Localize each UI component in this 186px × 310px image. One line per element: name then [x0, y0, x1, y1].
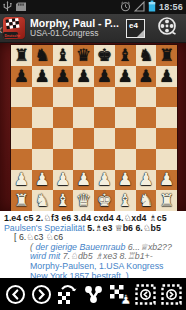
- white-pawn: ♟: [138, 171, 153, 188]
- square-a5[interactable]: [11, 107, 32, 128]
- board-frame: ♜♞♝♛♚♝♞♜♟♟♟♟♟♟♟♟♟♟♟♟♟♟♟♟♜♞♝♛♚♝♞♜: [0, 43, 186, 211]
- game-list-reel-icon[interactable]: [157, 16, 178, 41]
- square-e1[interactable]: ♚: [94, 190, 115, 211]
- white-pawn: ♟: [118, 171, 133, 188]
- square-g2[interactable]: ♟: [136, 170, 157, 191]
- square-c4[interactable]: [53, 128, 74, 149]
- black-rook: ♜: [14, 46, 29, 63]
- square-b4[interactable]: [32, 128, 53, 149]
- square-e4[interactable]: [94, 128, 115, 149]
- black-pawn: ♟: [118, 67, 133, 84]
- square-c3[interactable]: [53, 149, 74, 170]
- square-a7[interactable]: ♟: [11, 66, 32, 87]
- square-a6[interactable]: [11, 87, 32, 108]
- svg-text:Deutsche: Deutsche: [5, 34, 21, 38]
- svg-text:♟: ♟: [120, 291, 130, 305]
- white-queen: ♛: [76, 192, 91, 209]
- black-pawn: ♟: [97, 67, 112, 84]
- white-knight: ♞: [35, 192, 50, 209]
- white-king: ♚: [97, 192, 112, 209]
- square-d3[interactable]: [73, 149, 94, 170]
- black-queen: ♛: [76, 46, 91, 63]
- e4-label: e4: [129, 21, 138, 30]
- square-d2[interactable]: ♟: [73, 170, 94, 191]
- square-b8[interactable]: ♞: [32, 45, 53, 66]
- square-h6[interactable]: [156, 87, 177, 108]
- prev-game-button[interactable]: [133, 281, 157, 307]
- next-game-button[interactable]: [159, 281, 183, 307]
- square-b2[interactable]: ♟: [32, 170, 53, 191]
- square-f8[interactable]: ♝: [115, 45, 136, 66]
- folded-corner: [137, 30, 144, 37]
- chess-board[interactable]: ♜♞♝♛♚♝♞♜♟♟♟♟♟♟♟♟♟♟♟♟♟♟♟♟♜♞♝♛♚♝♞♜: [10, 44, 178, 212]
- white-pawn: ♟: [97, 171, 112, 188]
- square-d4[interactable]: [73, 128, 94, 149]
- move-text[interactable]: 6...♕xb2??: [128, 242, 172, 252]
- e4-board-icon[interactable]: e4: [126, 19, 145, 38]
- white-bishop: ♝: [55, 192, 70, 209]
- prev-move-button[interactable]: [3, 281, 27, 307]
- square-h4[interactable]: [156, 128, 177, 149]
- clock-time: 18:56: [159, 2, 183, 12]
- square-d6[interactable]: [73, 87, 94, 108]
- square-b1[interactable]: ♞: [32, 190, 53, 211]
- square-g6[interactable]: [136, 87, 157, 108]
- square-g1[interactable]: ♞: [136, 190, 157, 211]
- square-b5[interactable]: [32, 107, 53, 128]
- comment-text: der gierige Bauernraub: [35, 242, 127, 252]
- app-bar: ‹ Deutsche Morphy, Paul - P... USA-01.Co…: [0, 14, 186, 43]
- square-d1[interactable]: ♛: [73, 190, 94, 211]
- square-f7[interactable]: ♟: [115, 66, 136, 87]
- square-b7[interactable]: ♟: [32, 66, 53, 87]
- game-event: USA-01.Congress: [30, 29, 126, 38]
- square-g3[interactable]: [136, 149, 157, 170]
- comment-text: wird mit: [30, 251, 63, 261]
- square-e6[interactable]: [94, 87, 115, 108]
- square-a8[interactable]: ♜: [11, 45, 32, 66]
- square-c2[interactable]: ♟: [53, 170, 74, 191]
- white-rook: ♜: [159, 192, 174, 209]
- square-g7[interactable]: ♟: [136, 66, 157, 87]
- square-c7[interactable]: ♟: [53, 66, 74, 87]
- black-bishop: ♝: [118, 46, 133, 63]
- comment-text: Paulsen's Spezialität: [4, 223, 87, 233]
- square-b3[interactable]: [32, 149, 53, 170]
- app-icon[interactable]: Deutsche: [3, 17, 25, 39]
- white-pawn: ♟: [35, 171, 50, 188]
- black-pawn: ♟: [35, 67, 50, 84]
- black-king: ♚: [97, 46, 112, 63]
- square-h7[interactable]: ♟: [156, 66, 177, 87]
- square-a3[interactable]: [11, 149, 32, 170]
- white-bishop: ♝: [118, 192, 133, 209]
- square-h2[interactable]: ♟: [156, 170, 177, 191]
- square-a4[interactable]: [11, 128, 32, 149]
- square-e8[interactable]: ♚: [94, 45, 115, 66]
- comment-text: Morphy-Paulsen, 1.USA Kongress: [30, 261, 164, 271]
- square-d8[interactable]: ♛: [73, 45, 94, 66]
- square-g5[interactable]: [136, 107, 157, 128]
- white-pawn: ♟: [76, 171, 91, 188]
- move-notation-panel[interactable]: 1.e4 c5 2.♘f3 e6 3.d4 cxd4 4.♘xd4 ♗c5Pau…: [0, 211, 186, 278]
- black-knight: ♞: [35, 46, 50, 63]
- black-pawn: ♟: [159, 67, 174, 84]
- comment-text: New York 1857 bestraft. ): [30, 271, 129, 278]
- square-g4[interactable]: [136, 128, 157, 149]
- square-b6[interactable]: [32, 87, 53, 108]
- square-g8[interactable]: ♞: [136, 45, 157, 66]
- status-bar: 18:56: [0, 0, 186, 14]
- black-pawn: ♟: [76, 67, 91, 84]
- square-f6[interactable]: [115, 87, 136, 108]
- black-pawn: ♟: [14, 67, 29, 84]
- next-move-button[interactable]: [29, 281, 53, 307]
- square-h8[interactable]: ♜: [156, 45, 177, 66]
- square-e2[interactable]: ♟: [94, 170, 115, 191]
- black-knight: ♞: [138, 46, 153, 63]
- square-e3[interactable]: [94, 149, 115, 170]
- square-a2[interactable]: ♟: [11, 170, 32, 191]
- square-h1[interactable]: ♜: [156, 190, 177, 211]
- square-h5[interactable]: [156, 107, 177, 128]
- square-a1[interactable]: ♜: [11, 190, 32, 211]
- square-e5[interactable]: [94, 107, 115, 128]
- white-rook: ♜: [14, 192, 29, 209]
- square-f4[interactable]: [115, 128, 136, 149]
- black-bishop: ♝: [55, 46, 70, 63]
- black-rook: ♜: [159, 46, 174, 63]
- variation-tree-icon[interactable]: [81, 281, 105, 307]
- square-c6[interactable]: [53, 87, 74, 108]
- white-pawn: ♟: [159, 171, 174, 188]
- square-d5[interactable]: [73, 107, 94, 128]
- setup-position-icon[interactable]: ♟: [107, 281, 131, 307]
- black-pawn: ♟: [55, 67, 70, 84]
- black-pawn: ♟: [138, 67, 153, 84]
- square-f3[interactable]: [115, 149, 136, 170]
- move-text[interactable]: 1.e4 c5 2.♘f3 e6 3.d4 cxd4 4.♘xd4 ♗c5: [4, 213, 167, 223]
- bottom-toolbar: ♟: [0, 278, 186, 310]
- square-h3[interactable]: [156, 149, 177, 170]
- square-c1[interactable]: ♝: [53, 190, 74, 211]
- square-f5[interactable]: [115, 107, 136, 128]
- square-f1[interactable]: ♝: [115, 190, 136, 211]
- white-knight: ♞: [138, 192, 153, 209]
- square-e7[interactable]: ♟: [94, 66, 115, 87]
- square-f2[interactable]: ♟: [115, 170, 136, 191]
- move-text[interactable]: 7.♘db5 ♗xe3 8.♖b1+-: [63, 251, 153, 261]
- square-c8[interactable]: ♝: [53, 45, 74, 66]
- flip-board-icon[interactable]: [55, 281, 79, 307]
- white-pawn: ♟: [55, 171, 70, 188]
- square-d7[interactable]: ♟: [73, 66, 94, 87]
- square-c5[interactable]: [53, 107, 74, 128]
- move-text[interactable]: [ 6.♘c3 ♘c6: [14, 232, 63, 242]
- move-text[interactable]: 5.♗e3 ♕b6 6.♘b5: [87, 223, 161, 233]
- white-pawn: ♟: [14, 171, 29, 188]
